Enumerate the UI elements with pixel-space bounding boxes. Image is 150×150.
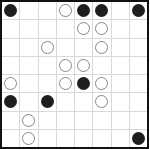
cell-r6c5[interactable] xyxy=(75,93,92,110)
white-pearl xyxy=(4,77,17,90)
cell-r7c5[interactable] xyxy=(75,112,92,129)
black-pearl xyxy=(132,4,145,17)
white-pearl xyxy=(59,77,72,90)
cell-r6c4[interactable] xyxy=(57,93,74,110)
cell-r4c4[interactable] xyxy=(57,57,74,74)
black-pearl xyxy=(4,95,17,108)
white-pearl xyxy=(59,4,72,17)
white-pearl xyxy=(77,59,90,72)
black-pearl xyxy=(77,77,90,90)
cell-r2c4[interactable] xyxy=(57,20,74,37)
cell-r8c4[interactable] xyxy=(57,130,74,147)
cell-r6c2[interactable] xyxy=(20,93,37,110)
cell-r5c5[interactable] xyxy=(75,75,92,92)
cell-r6c6[interactable] xyxy=(93,93,110,110)
cell-r3c5[interactable] xyxy=(75,39,92,56)
cell-r4c2[interactable] xyxy=(20,57,37,74)
black-pearl xyxy=(95,4,108,17)
cell-r7c1[interactable] xyxy=(2,112,19,129)
cell-r2c6[interactable] xyxy=(93,20,110,37)
white-pearl xyxy=(95,77,108,90)
cell-r1c5[interactable] xyxy=(75,2,92,19)
masyu-board xyxy=(0,0,149,149)
cell-r8c3[interactable] xyxy=(39,130,56,147)
cell-r4c7[interactable] xyxy=(112,57,129,74)
cell-r3c7[interactable] xyxy=(112,39,129,56)
white-pearl xyxy=(59,59,72,72)
cell-r3c4[interactable] xyxy=(57,39,74,56)
cell-r1c7[interactable] xyxy=(112,2,129,19)
white-pearl xyxy=(41,41,54,54)
cell-r8c6[interactable] xyxy=(93,130,110,147)
cell-r5c1[interactable] xyxy=(2,75,19,92)
cell-r1c8[interactable] xyxy=(130,2,147,19)
cell-r7c6[interactable] xyxy=(93,112,110,129)
cell-r2c1[interactable] xyxy=(2,20,19,37)
cell-r5c6[interactable] xyxy=(93,75,110,92)
cell-r2c5[interactable] xyxy=(75,20,92,37)
cell-r5c8[interactable] xyxy=(130,75,147,92)
black-pearl xyxy=(132,132,145,145)
cell-r6c3[interactable] xyxy=(39,93,56,110)
cell-r1c3[interactable] xyxy=(39,2,56,19)
cell-r3c8[interactable] xyxy=(130,39,147,56)
white-pearl xyxy=(77,22,90,35)
cell-r7c7[interactable] xyxy=(112,112,129,129)
cell-r4c5[interactable] xyxy=(75,57,92,74)
cell-r7c2[interactable] xyxy=(20,112,37,129)
cell-r7c4[interactable] xyxy=(57,112,74,129)
cell-r2c8[interactable] xyxy=(130,20,147,37)
cell-r7c8[interactable] xyxy=(130,112,147,129)
black-pearl xyxy=(77,4,90,17)
cell-r6c1[interactable] xyxy=(2,93,19,110)
cell-r3c3[interactable] xyxy=(39,39,56,56)
cell-r5c7[interactable] xyxy=(112,75,129,92)
cell-r3c6[interactable] xyxy=(93,39,110,56)
white-pearl xyxy=(95,41,108,54)
cell-r8c2[interactable] xyxy=(20,130,37,147)
black-pearl xyxy=(4,4,17,17)
cell-r8c1[interactable] xyxy=(2,130,19,147)
white-pearl xyxy=(22,132,35,145)
white-pearl xyxy=(22,114,35,127)
cell-r4c1[interactable] xyxy=(2,57,19,74)
cell-r4c3[interactable] xyxy=(39,57,56,74)
cell-r5c3[interactable] xyxy=(39,75,56,92)
cell-r7c3[interactable] xyxy=(39,112,56,129)
cell-r1c6[interactable] xyxy=(93,2,110,19)
cell-r8c5[interactable] xyxy=(75,130,92,147)
cell-r2c2[interactable] xyxy=(20,20,37,37)
white-pearl xyxy=(95,22,108,35)
cell-r2c3[interactable] xyxy=(39,20,56,37)
black-pearl xyxy=(41,95,54,108)
cell-r6c8[interactable] xyxy=(130,93,147,110)
cell-r8c8[interactable] xyxy=(130,130,147,147)
cell-r1c4[interactable] xyxy=(57,2,74,19)
cell-r3c2[interactable] xyxy=(20,39,37,56)
cell-r5c2[interactable] xyxy=(20,75,37,92)
cell-r6c7[interactable] xyxy=(112,93,129,110)
cell-r1c1[interactable] xyxy=(2,2,19,19)
white-pearl xyxy=(95,95,108,108)
cell-r3c1[interactable] xyxy=(2,39,19,56)
cell-r1c2[interactable] xyxy=(20,2,37,19)
cell-r4c8[interactable] xyxy=(130,57,147,74)
cell-r4c6[interactable] xyxy=(93,57,110,74)
cell-r2c7[interactable] xyxy=(112,20,129,37)
cell-r8c7[interactable] xyxy=(112,130,129,147)
cell-r5c4[interactable] xyxy=(57,75,74,92)
